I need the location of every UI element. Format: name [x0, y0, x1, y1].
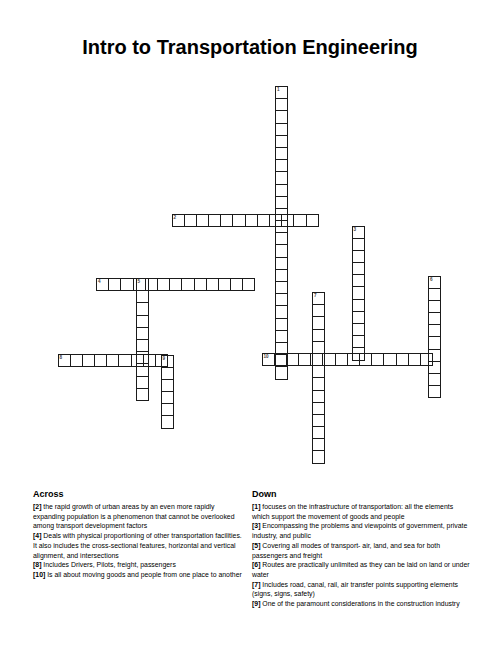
down-heading: Down: [252, 489, 472, 499]
across-clues-section: Across [2] the rapid growth of urban are…: [33, 489, 246, 580]
cell-number-label: 3: [354, 227, 357, 232]
clue-number: [10]: [33, 571, 45, 578]
clue-text: Covering all modes of transport- air, la…: [252, 542, 440, 559]
word-6-down: 6: [428, 276, 441, 399]
clue-item: [9] One of the paramount considerations …: [252, 599, 472, 609]
clue-item: [2] the rapid growth of urban areas by a…: [33, 502, 246, 531]
word-7-down: 7: [312, 292, 325, 464]
clue-item: [6] Routes are practically unlimited as …: [252, 560, 472, 579]
clue-text: Includes road, canal, rail, air transfer…: [252, 581, 458, 598]
clue-text: Encompassing the problems and viewpoints…: [252, 522, 467, 539]
clue-text: Routes are practically unlimited as they…: [252, 561, 470, 578]
clue-text: the rapid growth of urban areas by an ev…: [33, 503, 235, 529]
cell-number-label: 10: [264, 354, 269, 359]
cell-number-label: 9: [163, 356, 166, 361]
cell-number-label: 4: [98, 279, 101, 284]
across-heading: Across: [33, 489, 246, 499]
clue-text: One of the paramount considerations in t…: [260, 600, 459, 607]
grid-cell[interactable]: [420, 353, 433, 366]
cell-number-label: 2: [174, 215, 177, 220]
down-clues-section: Down [1] focuses on the infrastructure o…: [252, 489, 472, 609]
clue-item: [3] Encompassing the problems and viewpo…: [252, 521, 472, 540]
clue-item: [5] Covering all modes of transport- air…: [252, 541, 472, 560]
clue-item: [8] Includes Drivers, Pilots, freight, p…: [33, 560, 246, 570]
cell-number-label: 6: [430, 277, 433, 282]
grid-cell[interactable]: [242, 278, 255, 291]
word-1-down: 1: [275, 86, 288, 380]
word-9-down: 9: [161, 355, 174, 429]
puzzle-title: Intro to Transportation Engineering: [0, 36, 500, 59]
word-2-across: 2: [172, 214, 319, 227]
cell-number-label: 1: [277, 87, 280, 92]
clue-text: focuses on the infrastructure of transpo…: [252, 503, 453, 520]
word-4-across: 4: [96, 278, 255, 291]
grid-cell[interactable]: [306, 214, 319, 227]
grid-cell[interactable]: [136, 388, 149, 401]
clue-text: Deals with physical proportioning of oth…: [33, 532, 242, 558]
grid-cell[interactable]: [312, 450, 325, 463]
word-3-down: 3: [352, 226, 365, 361]
clue-text: Includes Drivers, Pilots, freight, passe…: [41, 561, 175, 568]
clue-item: [7] Includes road, canal, rail, air tran…: [252, 580, 472, 599]
grid-cell[interactable]: [161, 415, 174, 428]
cell-number-label: 7: [314, 293, 317, 298]
grid-cell[interactable]: [275, 366, 288, 379]
grid-cell[interactable]: [428, 385, 441, 398]
down-clue-list: [1] focuses on the infrastructure of tra…: [252, 502, 472, 609]
across-clue-list: [2] the rapid growth of urban areas by a…: [33, 502, 246, 580]
clue-text: Is all about moving goods and people fro…: [45, 571, 242, 578]
word-10-across: 10: [262, 353, 434, 366]
clue-item: [4] Deals with physical proportioning of…: [33, 531, 246, 560]
word-5-down: 5: [136, 278, 149, 401]
clue-item: [10] Is all about moving goods and peopl…: [33, 570, 246, 580]
cell-number-label: 8: [60, 355, 63, 360]
word-8-across: 8: [58, 354, 169, 367]
cell-number-label: 5: [138, 279, 141, 284]
clue-item: [1] focuses on the infrastructure of tra…: [252, 502, 472, 521]
